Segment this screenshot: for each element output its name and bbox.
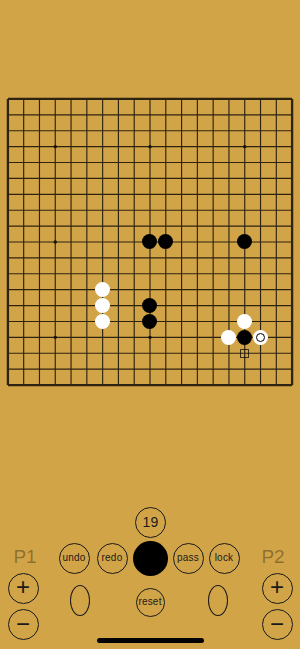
board-cell[interactable] <box>142 377 158 393</box>
board-cell[interactable] <box>253 329 269 345</box>
board-cell[interactable] <box>253 266 269 282</box>
board-cell[interactable] <box>16 218 32 234</box>
board-cell[interactable] <box>32 314 48 330</box>
board-cell[interactable] <box>16 250 32 266</box>
board-cell[interactable] <box>268 329 284 345</box>
board-cell[interactable] <box>174 282 190 298</box>
board-cell[interactable] <box>0 91 16 107</box>
board-cell[interactable] <box>158 329 174 345</box>
board-cell[interactable] <box>0 266 16 282</box>
board-cell[interactable] <box>16 155 32 171</box>
board-cell[interactable] <box>79 345 95 361</box>
board-cell[interactable] <box>284 250 300 266</box>
board-cell[interactable] <box>221 170 237 186</box>
board-cell[interactable] <box>284 139 300 155</box>
board-cell[interactable] <box>16 170 32 186</box>
board-cell[interactable] <box>79 139 95 155</box>
board-cell[interactable] <box>0 298 16 314</box>
board-cell[interactable] <box>158 298 174 314</box>
board-cell[interactable] <box>79 298 95 314</box>
board-cell[interactable] <box>284 266 300 282</box>
board-cell[interactable] <box>126 329 142 345</box>
board-cell[interactable] <box>0 345 16 361</box>
board-cell[interactable] <box>174 377 190 393</box>
board-cell[interactable] <box>111 170 127 186</box>
board-cell[interactable] <box>237 314 253 330</box>
board-cell[interactable] <box>221 361 237 377</box>
board-cell[interactable] <box>268 186 284 202</box>
board-cell[interactable] <box>79 250 95 266</box>
board-cell[interactable] <box>47 298 63 314</box>
board-cell[interactable] <box>221 282 237 298</box>
board-cell[interactable] <box>95 123 111 139</box>
board-cell[interactable] <box>174 107 190 123</box>
board-cell[interactable] <box>174 170 190 186</box>
board-cell[interactable] <box>221 202 237 218</box>
board-cell[interactable] <box>158 250 174 266</box>
board-cell[interactable] <box>158 345 174 361</box>
board-cell[interactable] <box>47 202 63 218</box>
board-cell[interactable] <box>158 123 174 139</box>
board-cell[interactable] <box>47 250 63 266</box>
board-cell[interactable] <box>174 155 190 171</box>
board-cell[interactable] <box>47 155 63 171</box>
board-cell[interactable] <box>32 377 48 393</box>
board-cell[interactable] <box>205 329 221 345</box>
board-cell[interactable] <box>158 202 174 218</box>
board-cell[interactable] <box>111 139 127 155</box>
board-cell[interactable] <box>16 377 32 393</box>
board-cell[interactable] <box>111 155 127 171</box>
board-cell[interactable] <box>268 282 284 298</box>
board-cell[interactable] <box>237 202 253 218</box>
board-cell[interactable] <box>189 170 205 186</box>
board-cell[interactable] <box>221 218 237 234</box>
board-cell[interactable] <box>111 377 127 393</box>
board-cell[interactable] <box>16 329 32 345</box>
board-cell[interactable] <box>16 139 32 155</box>
board-cell[interactable] <box>221 155 237 171</box>
board-cell[interactable] <box>253 107 269 123</box>
board-cell[interactable] <box>16 91 32 107</box>
board-cell[interactable] <box>0 202 16 218</box>
board-cell[interactable] <box>63 377 79 393</box>
board-cell[interactable] <box>189 361 205 377</box>
board-cell[interactable] <box>126 361 142 377</box>
board-cell[interactable] <box>158 218 174 234</box>
board-cell[interactable] <box>47 377 63 393</box>
board-cell[interactable] <box>237 266 253 282</box>
board-cell[interactable] <box>126 266 142 282</box>
board-cell[interactable] <box>63 329 79 345</box>
board-cell[interactable] <box>237 250 253 266</box>
board-cell[interactable] <box>284 202 300 218</box>
board-cell[interactable] <box>32 139 48 155</box>
board-cell[interactable] <box>221 91 237 107</box>
turn-indicator-black-stone[interactable] <box>133 541 168 576</box>
board-cell[interactable] <box>95 250 111 266</box>
board-cell[interactable] <box>126 218 142 234</box>
board-cell[interactable] <box>95 218 111 234</box>
board-cell[interactable] <box>284 329 300 345</box>
board-cell[interactable] <box>111 345 127 361</box>
undo-button[interactable]: undo <box>59 543 90 574</box>
board-cell[interactable] <box>63 218 79 234</box>
board-cell[interactable] <box>142 345 158 361</box>
board-cell[interactable] <box>111 298 127 314</box>
board-cell[interactable] <box>111 91 127 107</box>
board-cell[interactable] <box>79 282 95 298</box>
board-cell[interactable] <box>32 170 48 186</box>
board-cell[interactable] <box>253 345 269 361</box>
board-cell[interactable] <box>284 234 300 250</box>
board-cell[interactable] <box>158 139 174 155</box>
board-cell[interactable] <box>126 91 142 107</box>
board-cell[interactable] <box>142 155 158 171</box>
board-cell[interactable] <box>237 91 253 107</box>
p1-increment-button[interactable]: + <box>8 573 39 604</box>
board-cell[interactable] <box>142 298 158 314</box>
board-cell[interactable] <box>158 234 174 250</box>
board-cell[interactable] <box>79 170 95 186</box>
board-cell[interactable] <box>221 329 237 345</box>
board-cell[interactable] <box>47 218 63 234</box>
board-cell[interactable] <box>142 234 158 250</box>
board-cell[interactable] <box>16 298 32 314</box>
board-cell[interactable] <box>158 170 174 186</box>
board-cell[interactable] <box>32 234 48 250</box>
board-cell[interactable] <box>63 250 79 266</box>
board-cell[interactable] <box>174 218 190 234</box>
board-cell[interactable] <box>95 266 111 282</box>
board-cell[interactable] <box>16 186 32 202</box>
board-cell[interactable] <box>111 361 127 377</box>
board-cell[interactable] <box>63 266 79 282</box>
board-cell[interactable] <box>0 361 16 377</box>
board-cell[interactable] <box>174 361 190 377</box>
board-cell[interactable] <box>47 186 63 202</box>
board-cell[interactable] <box>47 139 63 155</box>
board-cell[interactable] <box>221 314 237 330</box>
board-cell[interactable] <box>32 107 48 123</box>
board-cell[interactable] <box>111 250 127 266</box>
board-cell[interactable] <box>205 234 221 250</box>
board-cell[interactable] <box>174 298 190 314</box>
board-cell[interactable] <box>63 186 79 202</box>
board-cell[interactable] <box>174 186 190 202</box>
board-cell[interactable] <box>32 250 48 266</box>
board-cell[interactable] <box>16 234 32 250</box>
board-cell[interactable] <box>95 314 111 330</box>
board-cell[interactable] <box>142 218 158 234</box>
board-cell[interactable] <box>79 186 95 202</box>
board-cell[interactable] <box>221 234 237 250</box>
board-cell[interactable] <box>205 377 221 393</box>
board-cell[interactable] <box>268 266 284 282</box>
board-cell[interactable] <box>79 266 95 282</box>
board-cell[interactable] <box>126 123 142 139</box>
home-indicator[interactable] <box>97 638 204 643</box>
board-cell[interactable] <box>205 345 221 361</box>
board-cell[interactable] <box>158 314 174 330</box>
board-cell[interactable] <box>47 234 63 250</box>
board-cell[interactable] <box>0 186 16 202</box>
board-cell[interactable] <box>63 123 79 139</box>
p2-increment-button[interactable]: + <box>262 573 293 604</box>
board-cell[interactable] <box>221 266 237 282</box>
board-cell[interactable] <box>205 155 221 171</box>
board-cell[interactable] <box>0 250 16 266</box>
board-cell[interactable] <box>126 345 142 361</box>
reset-button[interactable]: reset <box>136 588 165 617</box>
redo-button[interactable]: redo <box>97 543 128 574</box>
board-cell[interactable] <box>284 155 300 171</box>
board-cell[interactable] <box>268 218 284 234</box>
board-cell[interactable] <box>126 234 142 250</box>
board-cell[interactable] <box>253 377 269 393</box>
board-cell[interactable] <box>16 345 32 361</box>
board-cell[interactable] <box>253 170 269 186</box>
board-cell[interactable] <box>174 202 190 218</box>
board-cell[interactable] <box>205 361 221 377</box>
board-cell[interactable] <box>189 91 205 107</box>
board-cell[interactable] <box>16 282 32 298</box>
board-cell[interactable] <box>158 361 174 377</box>
board-cell[interactable] <box>268 170 284 186</box>
board-cell[interactable] <box>126 314 142 330</box>
board-cell[interactable] <box>268 345 284 361</box>
board-cell[interactable] <box>79 314 95 330</box>
board-cell[interactable] <box>237 107 253 123</box>
board-cell[interactable] <box>111 282 127 298</box>
board-cell[interactable] <box>126 298 142 314</box>
board-cell[interactable] <box>174 139 190 155</box>
board-cell[interactable] <box>205 298 221 314</box>
board-cell[interactable] <box>32 202 48 218</box>
board-cell[interactable] <box>32 155 48 171</box>
board-cell[interactable] <box>0 218 16 234</box>
board-cell[interactable] <box>95 107 111 123</box>
board-cell[interactable] <box>0 377 16 393</box>
board-cell[interactable] <box>126 107 142 123</box>
board-cell[interactable] <box>79 91 95 107</box>
board-cell[interactable] <box>47 91 63 107</box>
board-cell[interactable] <box>284 377 300 393</box>
board-cell[interactable] <box>47 123 63 139</box>
board-cell[interactable] <box>142 186 158 202</box>
board-cell[interactable] <box>142 139 158 155</box>
board-cell[interactable] <box>284 361 300 377</box>
board-cell[interactable] <box>205 218 221 234</box>
board-cell[interactable] <box>95 234 111 250</box>
board-cell[interactable] <box>268 298 284 314</box>
board-cell[interactable] <box>221 298 237 314</box>
board-cell[interactable] <box>16 266 32 282</box>
board-cell[interactable] <box>268 361 284 377</box>
board-cell[interactable] <box>32 123 48 139</box>
pass-button[interactable]: pass <box>173 543 204 574</box>
board-cell[interactable] <box>79 361 95 377</box>
board-cell[interactable] <box>268 91 284 107</box>
board-cell[interactable] <box>189 298 205 314</box>
board-cell[interactable] <box>284 186 300 202</box>
board-cell[interactable] <box>0 170 16 186</box>
board-cell[interactable] <box>111 186 127 202</box>
board-cell[interactable] <box>0 139 16 155</box>
board-cell[interactable] <box>237 361 253 377</box>
board-cell[interactable] <box>47 361 63 377</box>
board-cell[interactable] <box>63 361 79 377</box>
board-cell[interactable] <box>79 329 95 345</box>
board-cell[interactable] <box>253 91 269 107</box>
board-cell[interactable] <box>205 282 221 298</box>
board-cell[interactable] <box>174 314 190 330</box>
board-cell[interactable] <box>126 186 142 202</box>
board-cell[interactable] <box>174 123 190 139</box>
board-cell[interactable] <box>284 314 300 330</box>
board-cell[interactable] <box>268 377 284 393</box>
board-cell[interactable] <box>174 250 190 266</box>
board-cell[interactable] <box>32 282 48 298</box>
board-cell[interactable] <box>237 282 253 298</box>
board-cell[interactable] <box>221 377 237 393</box>
board-cell[interactable] <box>253 282 269 298</box>
board-cell[interactable] <box>47 282 63 298</box>
board-cell[interactable] <box>253 298 269 314</box>
board-cell[interactable] <box>237 186 253 202</box>
board-cell[interactable] <box>158 107 174 123</box>
board-cell[interactable] <box>111 202 127 218</box>
board-cell[interactable] <box>142 329 158 345</box>
board-cell[interactable] <box>95 329 111 345</box>
board-cell[interactable] <box>237 170 253 186</box>
board-cell[interactable] <box>16 361 32 377</box>
board-cell[interactable] <box>205 266 221 282</box>
board-cell[interactable] <box>16 314 32 330</box>
board-cell[interactable] <box>111 218 127 234</box>
board-cell[interactable] <box>221 250 237 266</box>
board-cell[interactable] <box>174 266 190 282</box>
board-cell[interactable] <box>189 139 205 155</box>
board-cell[interactable] <box>189 377 205 393</box>
board-cell[interactable] <box>126 282 142 298</box>
board-cell[interactable] <box>63 139 79 155</box>
board-cell[interactable] <box>189 345 205 361</box>
board-cell[interactable] <box>63 155 79 171</box>
board-cell[interactable] <box>237 139 253 155</box>
board-cell[interactable] <box>126 377 142 393</box>
board-cell[interactable] <box>221 186 237 202</box>
board-cell[interactable] <box>174 329 190 345</box>
board-cell[interactable] <box>189 314 205 330</box>
board-size-button[interactable]: 19 <box>135 507 166 538</box>
board-cell[interactable] <box>16 107 32 123</box>
board-cell[interactable] <box>32 361 48 377</box>
board-cell[interactable] <box>63 282 79 298</box>
board-cell[interactable] <box>189 266 205 282</box>
board-cell[interactable] <box>32 186 48 202</box>
board-cell[interactable] <box>189 329 205 345</box>
board-cell[interactable] <box>284 218 300 234</box>
board-cell[interactable] <box>47 266 63 282</box>
board-cell[interactable] <box>126 202 142 218</box>
board-cell[interactable] <box>63 202 79 218</box>
board-cell[interactable] <box>79 155 95 171</box>
board-cell[interactable] <box>79 123 95 139</box>
board-cell[interactable] <box>47 170 63 186</box>
board-cell[interactable] <box>284 298 300 314</box>
board-cell[interactable] <box>47 107 63 123</box>
p1-decrement-button[interactable]: − <box>8 609 39 640</box>
board-cell[interactable] <box>189 234 205 250</box>
board-cell[interactable] <box>174 234 190 250</box>
board-cell[interactable] <box>79 234 95 250</box>
board-cell[interactable] <box>126 139 142 155</box>
board-cell[interactable] <box>142 170 158 186</box>
board-cell[interactable] <box>268 139 284 155</box>
board-cell[interactable] <box>32 266 48 282</box>
board-cell[interactable] <box>16 123 32 139</box>
board-cell[interactable] <box>142 202 158 218</box>
board-cell[interactable] <box>16 202 32 218</box>
board-cell[interactable] <box>142 250 158 266</box>
board-cell[interactable] <box>205 91 221 107</box>
board-cell[interactable] <box>0 107 16 123</box>
board-cell[interactable] <box>253 218 269 234</box>
board-cell[interactable] <box>189 155 205 171</box>
board-cell[interactable] <box>284 107 300 123</box>
lock-button[interactable]: lock <box>209 543 240 574</box>
board-cell[interactable] <box>221 107 237 123</box>
board-cell[interactable] <box>0 155 16 171</box>
board-cell[interactable] <box>189 250 205 266</box>
board-cell[interactable] <box>221 123 237 139</box>
board-cell[interactable] <box>284 123 300 139</box>
board-cell[interactable] <box>253 123 269 139</box>
board-cell[interactable] <box>142 91 158 107</box>
board-cell[interactable] <box>142 314 158 330</box>
board-cell[interactable] <box>142 282 158 298</box>
board-cell[interactable] <box>63 314 79 330</box>
board-cell[interactable] <box>47 345 63 361</box>
board-cell[interactable] <box>47 314 63 330</box>
board-cell[interactable] <box>95 170 111 186</box>
board-cell[interactable] <box>0 314 16 330</box>
board-cell[interactable] <box>32 329 48 345</box>
board-cell[interactable] <box>253 314 269 330</box>
board-cell[interactable] <box>63 345 79 361</box>
board-cell[interactable] <box>205 123 221 139</box>
board-cell[interactable] <box>79 202 95 218</box>
board-cell[interactable] <box>284 170 300 186</box>
board-cell[interactable] <box>95 298 111 314</box>
board-cell[interactable] <box>189 186 205 202</box>
board-cell[interactable] <box>205 170 221 186</box>
board-cell[interactable] <box>237 377 253 393</box>
board-cell[interactable] <box>158 377 174 393</box>
board-cell[interactable] <box>205 107 221 123</box>
board-cell[interactable] <box>237 155 253 171</box>
board-cell[interactable] <box>205 186 221 202</box>
board-cell[interactable] <box>95 202 111 218</box>
board-cell[interactable] <box>158 155 174 171</box>
board-cell[interactable] <box>95 139 111 155</box>
board-cell[interactable] <box>268 250 284 266</box>
board-cell[interactable] <box>95 345 111 361</box>
board-cell[interactable] <box>95 282 111 298</box>
board-cell[interactable] <box>111 314 127 330</box>
board-cell[interactable] <box>237 345 253 361</box>
